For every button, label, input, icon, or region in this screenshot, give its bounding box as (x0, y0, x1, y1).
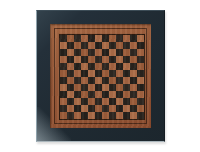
board-square (137, 42, 144, 49)
board-square (67, 84, 74, 91)
board-square (109, 98, 116, 105)
board-square (130, 42, 137, 49)
board-square (137, 112, 144, 119)
board-square (116, 91, 123, 98)
board-square (109, 56, 116, 63)
board-square (74, 42, 81, 49)
board-square (123, 49, 130, 56)
board-square (116, 98, 123, 105)
board-square (88, 63, 95, 70)
board-square (60, 98, 67, 105)
board-square (123, 105, 130, 112)
board-square (81, 98, 88, 105)
board-square (67, 70, 74, 77)
board-square (88, 42, 95, 49)
checkerboard (59, 34, 145, 120)
board-square (81, 70, 88, 77)
board-square (130, 77, 137, 84)
board-square (81, 77, 88, 84)
board-square (109, 63, 116, 70)
board-square (102, 63, 109, 70)
board-square (95, 112, 102, 119)
board-square (130, 105, 137, 112)
board-square (109, 49, 116, 56)
board-square (130, 84, 137, 91)
board-square (102, 84, 109, 91)
board-square (123, 63, 130, 70)
board-square (88, 91, 95, 98)
board-square (81, 63, 88, 70)
board-square (88, 112, 95, 119)
board-square (67, 91, 74, 98)
board-square (60, 70, 67, 77)
board-square (60, 105, 67, 112)
board-square (88, 98, 95, 105)
board-square (95, 77, 102, 84)
board-square (116, 84, 123, 91)
board-square (74, 49, 81, 56)
board-square (109, 112, 116, 119)
board-square (137, 77, 144, 84)
board-square (123, 35, 130, 42)
board-square (102, 112, 109, 119)
board-square (109, 70, 116, 77)
board-square (67, 63, 74, 70)
board-square (60, 49, 67, 56)
board-square (137, 35, 144, 42)
board-square (60, 112, 67, 119)
board-square (123, 42, 130, 49)
board-square (123, 91, 130, 98)
board-square (137, 49, 144, 56)
board-square (81, 35, 88, 42)
board-square (67, 98, 74, 105)
board-margin (50, 24, 151, 128)
board-square (102, 77, 109, 84)
board-square (60, 42, 67, 49)
board-square (109, 42, 116, 49)
board-square (88, 49, 95, 56)
board-square (137, 70, 144, 77)
board-photo (36, 10, 165, 142)
board-square (102, 49, 109, 56)
board-square (116, 49, 123, 56)
board-square (95, 98, 102, 105)
board-square (74, 70, 81, 77)
board-square (109, 35, 116, 42)
board-square (60, 77, 67, 84)
board-square (95, 63, 102, 70)
board-square (88, 56, 95, 63)
board-square (130, 98, 137, 105)
board-square (60, 84, 67, 91)
board-square (116, 56, 123, 63)
board-square (137, 98, 144, 105)
board-square (95, 49, 102, 56)
board-square (95, 56, 102, 63)
board-square (116, 42, 123, 49)
board-square (74, 56, 81, 63)
board-square (137, 91, 144, 98)
board-square (74, 105, 81, 112)
board-square (116, 35, 123, 42)
board-frame (36, 10, 165, 142)
board-square (102, 42, 109, 49)
board-square (116, 70, 123, 77)
board-square (130, 49, 137, 56)
board-square (130, 56, 137, 63)
board-square (102, 105, 109, 112)
board-square (88, 35, 95, 42)
board-square (67, 112, 74, 119)
board-square (81, 49, 88, 56)
board-square (95, 84, 102, 91)
board-square (74, 84, 81, 91)
board-square (123, 112, 130, 119)
board-square (116, 105, 123, 112)
board-square (116, 112, 123, 119)
board-square (81, 105, 88, 112)
board-square (67, 56, 74, 63)
board-square (123, 77, 130, 84)
board-square (81, 84, 88, 91)
board-square (95, 91, 102, 98)
board-square (109, 77, 116, 84)
board-square (123, 56, 130, 63)
board-square (137, 56, 144, 63)
board-square (95, 70, 102, 77)
board-square (130, 35, 137, 42)
board-square (102, 35, 109, 42)
board-square (67, 42, 74, 49)
board-square (116, 77, 123, 84)
board-square (95, 42, 102, 49)
board-square (74, 35, 81, 42)
board-square (102, 70, 109, 77)
board-square (130, 63, 137, 70)
board-square (130, 112, 137, 119)
board-square (74, 112, 81, 119)
board-square (60, 91, 67, 98)
board-square (81, 56, 88, 63)
board-square (123, 84, 130, 91)
board-square (88, 70, 95, 77)
board-square (67, 35, 74, 42)
board-square (74, 98, 81, 105)
board-square (109, 105, 116, 112)
board-square (74, 91, 81, 98)
board-square (102, 98, 109, 105)
board-square (60, 35, 67, 42)
board-square (130, 91, 137, 98)
board-square (130, 70, 137, 77)
board-square (102, 56, 109, 63)
board-square (95, 105, 102, 112)
board-square (137, 105, 144, 112)
board-square (60, 56, 67, 63)
board-square (81, 42, 88, 49)
board-square (123, 98, 130, 105)
board-square (74, 77, 81, 84)
board-square (88, 105, 95, 112)
board-square (102, 91, 109, 98)
board-square (123, 70, 130, 77)
board-square (137, 84, 144, 91)
board-square (95, 35, 102, 42)
board-square (137, 63, 144, 70)
board-square (74, 63, 81, 70)
board-square (88, 84, 95, 91)
board-square (60, 63, 67, 70)
board-square (67, 49, 74, 56)
board-square (116, 63, 123, 70)
board-square (67, 105, 74, 112)
board-square (81, 91, 88, 98)
board-square (88, 77, 95, 84)
board-square (67, 77, 74, 84)
board-square (109, 91, 116, 98)
board-square (109, 84, 116, 91)
board-square (81, 112, 88, 119)
